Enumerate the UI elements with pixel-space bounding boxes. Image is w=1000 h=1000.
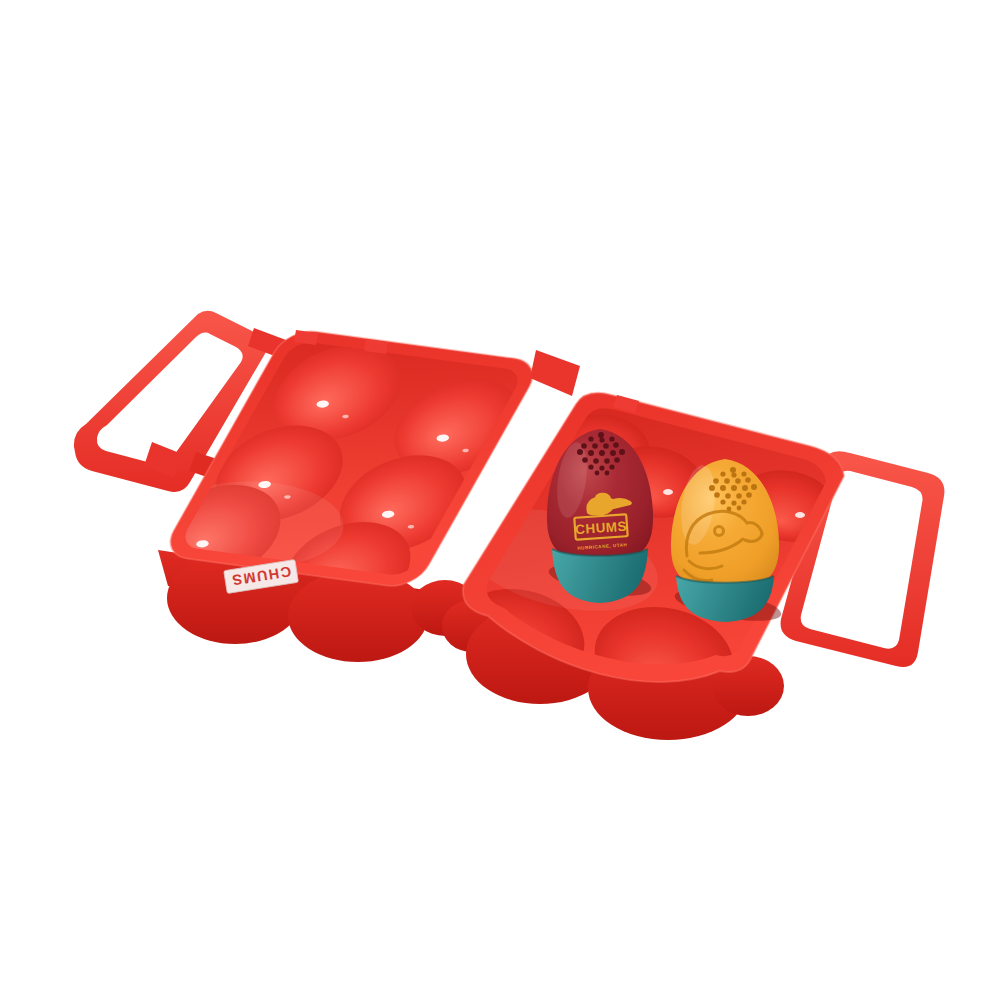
hinge-knuckle: [530, 350, 580, 396]
product-photo: CHUMS: [0, 0, 1000, 1000]
red-shaker: CHUMS HURRICANE, UTAH: [547, 429, 653, 603]
egg-case-scene: CHUMS: [0, 0, 1000, 1000]
